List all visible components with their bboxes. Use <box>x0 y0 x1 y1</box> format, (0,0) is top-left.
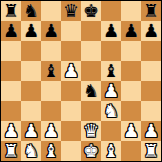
white-pawn-g2[interactable]: ♟ <box>123 121 139 141</box>
square-h5[interactable] <box>141 61 161 81</box>
square-a5[interactable] <box>1 61 21 81</box>
square-e4[interactable]: ♞ <box>81 81 101 101</box>
square-h1[interactable]: ♜ <box>141 141 161 161</box>
square-a2[interactable]: ♟ <box>1 121 21 141</box>
white-rook-a1[interactable]: ♜ <box>3 141 19 161</box>
square-h3[interactable] <box>141 101 161 121</box>
square-f3[interactable]: ♞ <box>101 101 121 121</box>
square-a3[interactable] <box>1 101 21 121</box>
black-bishop-c5[interactable]: ♝ <box>43 61 59 81</box>
square-f1[interactable]: ♝ <box>101 141 121 161</box>
square-f2[interactable] <box>101 121 121 141</box>
white-knight-b1[interactable]: ♞ <box>23 141 39 161</box>
square-f5[interactable]: ♝ <box>101 61 121 81</box>
square-b4[interactable] <box>21 81 41 101</box>
square-d8[interactable]: ♛ <box>61 1 81 21</box>
square-h6[interactable] <box>141 41 161 61</box>
square-c4[interactable] <box>41 81 61 101</box>
white-pawn-a2[interactable]: ♟ <box>3 121 19 141</box>
square-d6[interactable] <box>61 41 81 61</box>
black-king-e8[interactable]: ♚ <box>83 1 99 21</box>
square-h8[interactable]: ♜ <box>141 1 161 21</box>
square-d3[interactable] <box>61 101 81 121</box>
square-e3[interactable] <box>81 101 101 121</box>
white-king-e1[interactable]: ♚ <box>83 141 99 161</box>
square-d1[interactable] <box>61 141 81 161</box>
white-knight-f3[interactable]: ♞ <box>103 101 119 121</box>
square-e8[interactable]: ♚ <box>81 1 101 21</box>
square-c3[interactable] <box>41 101 61 121</box>
square-a8[interactable]: ♜ <box>1 1 21 21</box>
black-pawn-a7[interactable]: ♟ <box>3 21 19 41</box>
square-g2[interactable]: ♟ <box>121 121 141 141</box>
square-f4[interactable]: ♟ <box>101 81 121 101</box>
square-h4[interactable] <box>141 81 161 101</box>
black-pawn-h7[interactable]: ♟ <box>143 21 159 41</box>
square-f7[interactable]: ♟ <box>101 21 121 41</box>
black-rook-a8[interactable]: ♜ <box>3 1 19 21</box>
square-g5[interactable] <box>121 61 141 81</box>
black-pawn-g7[interactable]: ♟ <box>123 21 139 41</box>
square-c5[interactable]: ♝ <box>41 61 61 81</box>
square-a1[interactable]: ♜ <box>1 141 21 161</box>
square-b5[interactable] <box>21 61 41 81</box>
square-e7[interactable] <box>81 21 101 41</box>
square-c7[interactable]: ♟ <box>41 21 61 41</box>
square-g8[interactable] <box>121 1 141 21</box>
square-f6[interactable] <box>101 41 121 61</box>
square-h7[interactable]: ♟ <box>141 21 161 41</box>
black-pawn-b7[interactable]: ♟ <box>23 21 39 41</box>
square-e2[interactable]: ♛ <box>81 121 101 141</box>
square-e6[interactable] <box>81 41 101 61</box>
square-c6[interactable] <box>41 41 61 61</box>
chess-board: ♜♞♛♚♜♟♟♟♟♟♟♝♟♝♞♟♞♟♟♟♛♟♟♜♞♝♚♝♜ <box>0 0 162 162</box>
square-g3[interactable] <box>121 101 141 121</box>
square-b3[interactable] <box>21 101 41 121</box>
square-h2[interactable]: ♟ <box>141 121 161 141</box>
square-e1[interactable]: ♚ <box>81 141 101 161</box>
square-b8[interactable]: ♞ <box>21 1 41 21</box>
square-b7[interactable]: ♟ <box>21 21 41 41</box>
square-e5[interactable] <box>81 61 101 81</box>
white-pawn-h2[interactable]: ♟ <box>143 121 159 141</box>
black-queen-d8[interactable]: ♛ <box>63 1 79 21</box>
black-pawn-f7[interactable]: ♟ <box>103 21 119 41</box>
square-g6[interactable] <box>121 41 141 61</box>
square-d7[interactable] <box>61 21 81 41</box>
square-b1[interactable]: ♞ <box>21 141 41 161</box>
square-g1[interactable] <box>121 141 141 161</box>
square-a7[interactable]: ♟ <box>1 21 21 41</box>
white-queen-e2[interactable]: ♛ <box>83 121 99 141</box>
square-b6[interactable] <box>21 41 41 61</box>
white-bishop-c1[interactable]: ♝ <box>43 141 59 161</box>
white-rook-h1[interactable]: ♜ <box>143 141 159 161</box>
white-bishop-f1[interactable]: ♝ <box>103 141 119 161</box>
black-bishop-f5[interactable]: ♝ <box>103 61 119 81</box>
square-d5[interactable]: ♟ <box>61 61 81 81</box>
square-a6[interactable] <box>1 41 21 61</box>
square-d2[interactable] <box>61 121 81 141</box>
black-knight-e4[interactable]: ♞ <box>83 81 99 101</box>
square-c1[interactable]: ♝ <box>41 141 61 161</box>
square-c8[interactable] <box>41 1 61 21</box>
white-pawn-c2[interactable]: ♟ <box>43 121 59 141</box>
square-a4[interactable] <box>1 81 21 101</box>
black-knight-b8[interactable]: ♞ <box>23 1 39 21</box>
black-rook-h8[interactable]: ♜ <box>143 1 159 21</box>
square-c2[interactable]: ♟ <box>41 121 61 141</box>
white-pawn-b2[interactable]: ♟ <box>23 121 39 141</box>
white-pawn-f4[interactable]: ♟ <box>103 81 119 101</box>
square-g7[interactable]: ♟ <box>121 21 141 41</box>
square-g4[interactable] <box>121 81 141 101</box>
black-pawn-c7[interactable]: ♟ <box>43 21 59 41</box>
square-f8[interactable] <box>101 1 121 21</box>
white-pawn-d5[interactable]: ♟ <box>63 61 79 81</box>
square-d4[interactable] <box>61 81 81 101</box>
square-b2[interactable]: ♟ <box>21 121 41 141</box>
